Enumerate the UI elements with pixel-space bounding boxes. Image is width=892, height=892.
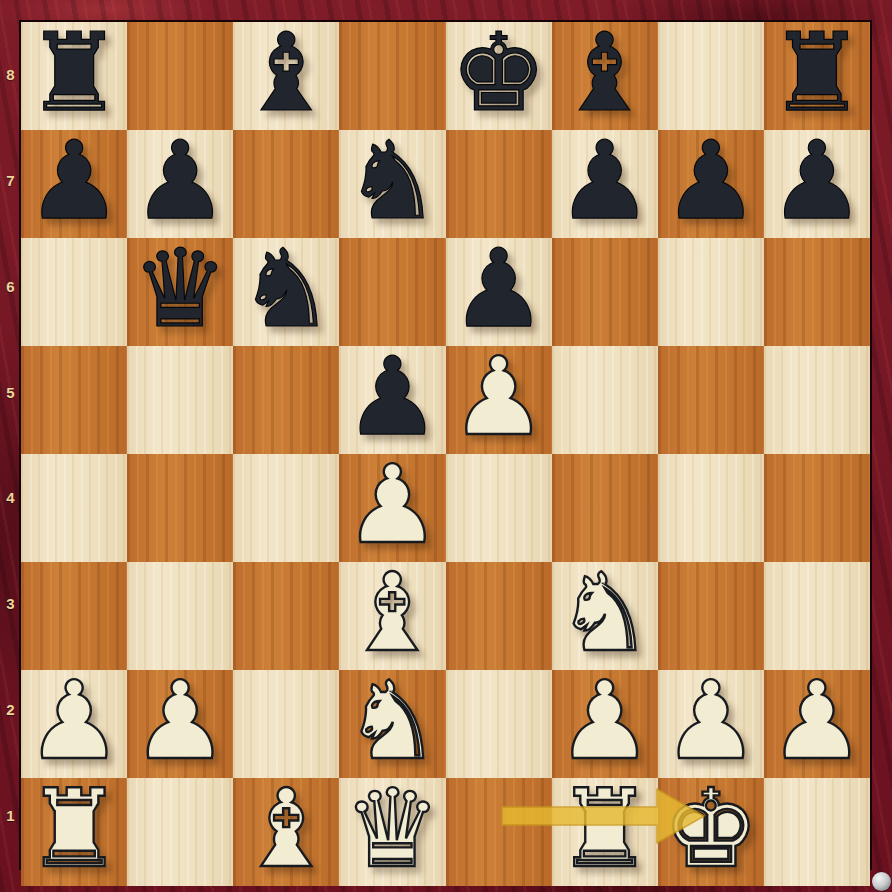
square-a3[interactable] [21,562,127,670]
square-c8[interactable]: ♝ [233,22,339,130]
square-a1[interactable]: ♜ [21,778,127,886]
square-f8[interactable]: ♝ [552,22,658,130]
piece-black-queen[interactable]: ♛ [132,235,229,343]
square-g3[interactable] [658,562,764,670]
square-a4[interactable] [21,454,127,562]
piece-black-rook[interactable]: ♜ [769,19,866,127]
piece-black-pawn[interactable]: ♟ [450,235,547,343]
piece-white-pawn[interactable]: ♟ [26,667,123,775]
square-c5[interactable] [233,346,339,454]
square-h4[interactable] [764,454,870,562]
square-g8[interactable] [658,22,764,130]
rank-label-8: 8 [0,22,21,128]
square-e3[interactable] [446,562,552,670]
square-h3[interactable] [764,562,870,670]
square-d5[interactable]: ♟ [339,346,445,454]
square-d7[interactable]: ♞ [339,130,445,238]
piece-black-pawn[interactable]: ♟ [132,127,229,235]
square-e4[interactable] [446,454,552,562]
piece-white-bishop[interactable]: ♝ [344,559,441,667]
square-f2[interactable]: ♟ [552,670,658,778]
square-g2[interactable]: ♟ [658,670,764,778]
square-b2[interactable]: ♟ [127,670,233,778]
square-a5[interactable] [21,346,127,454]
square-d4[interactable]: ♟ [339,454,445,562]
piece-black-pawn[interactable]: ♟ [556,127,653,235]
square-f1[interactable]: ♜ [552,778,658,886]
piece-black-pawn[interactable]: ♟ [26,127,123,235]
square-c4[interactable] [233,454,339,562]
square-c3[interactable] [233,562,339,670]
piece-white-bishop[interactable]: ♝ [238,775,335,883]
square-c2[interactable] [233,670,339,778]
square-h1[interactable] [764,778,870,886]
piece-white-queen[interactable]: ♛ [344,775,441,883]
rank-labels: 87654321 [0,22,21,868]
square-f3[interactable]: ♞ [552,562,658,670]
square-d2[interactable]: ♞ [339,670,445,778]
square-f6[interactable] [552,238,658,346]
square-e6[interactable]: ♟ [446,238,552,346]
square-f7[interactable]: ♟ [552,130,658,238]
rank-label-5: 5 [0,339,21,445]
square-d1[interactable]: ♛ [339,778,445,886]
square-f5[interactable] [552,346,658,454]
piece-black-pawn[interactable]: ♟ [769,127,866,235]
piece-white-king[interactable]: ♚ [662,775,759,883]
square-d8[interactable] [339,22,445,130]
piece-white-rook[interactable]: ♜ [26,775,123,883]
square-f4[interactable] [552,454,658,562]
square-g7[interactable]: ♟ [658,130,764,238]
square-b5[interactable] [127,346,233,454]
piece-black-pawn[interactable]: ♟ [662,127,759,235]
rank-label-6: 6 [0,234,21,340]
square-b3[interactable] [127,562,233,670]
square-h5[interactable] [764,346,870,454]
square-h2[interactable]: ♟ [764,670,870,778]
square-g5[interactable] [658,346,764,454]
square-e5[interactable]: ♟ [446,346,552,454]
rank-label-1: 1 [0,762,21,868]
square-a2[interactable]: ♟ [21,670,127,778]
rank-label-3: 3 [0,551,21,657]
piece-black-knight[interactable]: ♞ [238,235,335,343]
square-a8[interactable]: ♜ [21,22,127,130]
chess-board-frame: 87654321 ABCDEFGH ♜♝♚♝♜♟♟♞♟♟♟♛♞♟♟♟♟♝♞♟♟♞… [0,0,892,892]
square-e7[interactable] [446,130,552,238]
square-g6[interactable] [658,238,764,346]
rank-label-2: 2 [0,657,21,763]
square-c7[interactable] [233,130,339,238]
square-b1[interactable] [127,778,233,886]
chess-board[interactable]: ♜♝♚♝♜♟♟♞♟♟♟♛♞♟♟♟♟♝♞♟♟♞♟♟♟♜♝♛♜♚ [21,22,870,868]
piece-black-rook[interactable]: ♜ [26,19,123,127]
piece-black-king[interactable]: ♚ [450,19,547,127]
square-b4[interactable] [127,454,233,562]
square-h6[interactable] [764,238,870,346]
square-h8[interactable]: ♜ [764,22,870,130]
piece-white-rook[interactable]: ♜ [556,775,653,883]
piece-white-pawn[interactable]: ♟ [344,451,441,559]
square-b7[interactable]: ♟ [127,130,233,238]
rank-label-4: 4 [0,445,21,551]
piece-white-pawn[interactable]: ♟ [132,667,229,775]
square-c1[interactable]: ♝ [233,778,339,886]
square-a6[interactable] [21,238,127,346]
piece-white-pawn[interactable]: ♟ [662,667,759,775]
square-g1[interactable]: ♚ [658,778,764,886]
square-h7[interactable]: ♟ [764,130,870,238]
square-d6[interactable] [339,238,445,346]
square-b8[interactable] [127,22,233,130]
square-a7[interactable]: ♟ [21,130,127,238]
square-c6[interactable]: ♞ [233,238,339,346]
piece-white-pawn[interactable]: ♟ [769,667,866,775]
piece-white-knight[interactable]: ♞ [344,667,441,775]
piece-white-pawn[interactable]: ♟ [556,667,653,775]
square-b6[interactable]: ♛ [127,238,233,346]
piece-white-pawn[interactable]: ♟ [450,343,547,451]
corner-dot [872,872,891,891]
square-e8[interactable]: ♚ [446,22,552,130]
piece-black-pawn[interactable]: ♟ [344,343,441,451]
piece-black-knight[interactable]: ♞ [344,127,441,235]
piece-black-bishop[interactable]: ♝ [238,19,335,127]
piece-black-bishop[interactable]: ♝ [556,19,653,127]
square-g4[interactable] [658,454,764,562]
square-e1[interactable] [446,778,552,886]
piece-white-knight[interactable]: ♞ [556,559,653,667]
rank-label-7: 7 [0,128,21,234]
square-d3[interactable]: ♝ [339,562,445,670]
square-e2[interactable] [446,670,552,778]
